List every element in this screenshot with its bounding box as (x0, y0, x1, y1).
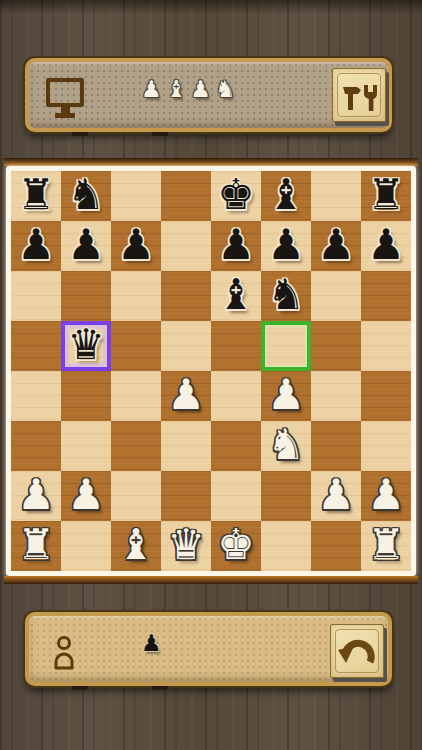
black-pawn-piece[interactable]: ♟ (317, 221, 355, 269)
captured-black-pawn: ♟ (141, 629, 162, 657)
square-c5[interactable] (111, 321, 161, 371)
square-b7[interactable]: ♟ (61, 221, 111, 271)
captured-pieces-bottom-tray: ♟ (141, 627, 162, 657)
square-g3[interactable] (311, 421, 361, 471)
square-f1[interactable] (261, 521, 311, 571)
square-d7[interactable] (161, 221, 211, 271)
square-h6[interactable] (361, 271, 411, 321)
black-knight-piece[interactable]: ♞ (267, 271, 305, 319)
black-king-piece[interactable]: ♚ (217, 171, 255, 219)
square-d5[interactable] (161, 321, 211, 371)
black-pawn-piece[interactable]: ♟ (267, 221, 305, 269)
black-queen-piece[interactable]: ♛ (67, 321, 105, 369)
square-h8[interactable]: ♜ (361, 171, 411, 221)
square-b6[interactable] (61, 271, 111, 321)
square-e3[interactable] (211, 421, 261, 471)
square-b5[interactable]: ♛ (61, 321, 111, 371)
white-pawn-piece[interactable]: ♟ (367, 471, 405, 519)
square-b1[interactable] (61, 521, 111, 571)
square-g6[interactable] (311, 271, 361, 321)
black-pawn-piece[interactable]: ♟ (117, 221, 155, 269)
white-king-piece[interactable]: ♚ (217, 521, 255, 569)
square-a3[interactable] (11, 421, 61, 471)
hammer-wrench-icon (339, 79, 379, 119)
square-c8[interactable] (111, 171, 161, 221)
panel-foot (152, 686, 168, 690)
square-d3[interactable] (161, 421, 211, 471)
square-b4[interactable] (61, 371, 111, 421)
square-h4[interactable] (361, 371, 411, 421)
square-f2[interactable] (261, 471, 311, 521)
square-d2[interactable] (161, 471, 211, 521)
square-g4[interactable] (311, 371, 361, 421)
square-a4[interactable] (11, 371, 61, 421)
chess-app-screen: ♟♝♟♞ ♜♞♚♝♜♟♟♟♟♟♟♟♝♞♛♟♟♞♟♟♟♟♜♝♛♚♜ ♟ (0, 0, 422, 750)
monitor-base (55, 113, 75, 118)
square-a6[interactable] (11, 271, 61, 321)
square-c4[interactable] (111, 371, 161, 421)
square-g1[interactable] (311, 521, 361, 571)
square-h7[interactable]: ♟ (361, 221, 411, 271)
square-a7[interactable]: ♟ (11, 221, 61, 271)
square-h5[interactable] (361, 321, 411, 371)
square-c2[interactable] (111, 471, 161, 521)
undo-arrow-icon (337, 635, 377, 675)
black-pawn-piece[interactable]: ♟ (217, 221, 255, 269)
captured-white-pawn: ♟ (190, 75, 211, 103)
board-top-edge (4, 158, 418, 166)
square-b3[interactable] (61, 421, 111, 471)
square-a5[interactable] (11, 321, 61, 371)
square-c3[interactable] (111, 421, 161, 471)
opponent-panel: ♟♝♟♞ (25, 58, 392, 132)
panel-foot (72, 686, 88, 690)
square-e4[interactable] (211, 371, 261, 421)
square-e7[interactable]: ♟ (211, 221, 261, 271)
square-g2[interactable]: ♟ (311, 471, 361, 521)
settings-button[interactable] (332, 68, 386, 122)
square-c7[interactable]: ♟ (111, 221, 161, 271)
square-e5[interactable] (211, 321, 261, 371)
board-grid: ♜♞♚♝♜♟♟♟♟♟♟♟♝♞♛♟♟♞♟♟♟♟♜♝♛♚♜ (11, 171, 411, 571)
square-h3[interactable] (361, 421, 411, 471)
white-rook-piece[interactable]: ♜ (17, 521, 55, 569)
chess-board: ♜♞♚♝♜♟♟♟♟♟♟♟♝♞♛♟♟♞♟♟♟♟♜♝♛♚♜ (6, 166, 416, 576)
square-f5[interactable] (261, 321, 311, 371)
player-panel: ♟ (25, 612, 392, 686)
square-b2[interactable]: ♟ (61, 471, 111, 521)
square-g7[interactable]: ♟ (311, 221, 361, 271)
square-a1[interactable]: ♜ (11, 521, 61, 571)
square-b8[interactable]: ♞ (61, 171, 111, 221)
square-f6[interactable]: ♞ (261, 271, 311, 321)
square-f4[interactable]: ♟ (261, 371, 311, 421)
square-g5[interactable] (311, 321, 361, 371)
monitor-icon (46, 78, 84, 122)
square-f7[interactable]: ♟ (261, 221, 311, 271)
black-rook-piece[interactable]: ♜ (367, 171, 405, 219)
square-g8[interactable] (311, 171, 361, 221)
square-d1[interactable]: ♛ (161, 521, 211, 571)
square-e6[interactable]: ♝ (211, 271, 261, 321)
white-pawn-piece[interactable]: ♟ (267, 371, 305, 419)
captured-pieces-top-tray: ♟♝♟♞ (141, 73, 236, 103)
black-knight-piece[interactable]: ♞ (67, 171, 105, 219)
white-pawn-piece[interactable]: ♟ (167, 371, 205, 419)
black-pawn-piece[interactable]: ♟ (17, 221, 55, 269)
square-a2[interactable]: ♟ (11, 471, 61, 521)
captured-white-bishop: ♝ (166, 75, 187, 103)
black-pawn-piece[interactable]: ♟ (67, 221, 105, 269)
white-pawn-piece[interactable]: ♟ (317, 471, 355, 519)
square-a8[interactable]: ♜ (11, 171, 61, 221)
square-f3[interactable]: ♞ (261, 421, 311, 471)
square-e2[interactable] (211, 471, 261, 521)
white-rook-piece[interactable]: ♜ (367, 521, 405, 569)
square-h2[interactable]: ♟ (361, 471, 411, 521)
square-d6[interactable] (161, 271, 211, 321)
person-icon (52, 635, 76, 675)
black-bishop-piece[interactable]: ♝ (217, 271, 255, 319)
black-bishop-piece[interactable]: ♝ (267, 171, 305, 219)
square-d8[interactable] (161, 171, 211, 221)
square-f8[interactable]: ♝ (261, 171, 311, 221)
captured-white-pawn: ♟ (141, 75, 162, 103)
black-rook-piece[interactable]: ♜ (17, 171, 55, 219)
captured-white-knight: ♞ (215, 75, 236, 103)
white-pawn-piece[interactable]: ♟ (17, 471, 55, 519)
square-e8[interactable]: ♚ (211, 171, 261, 221)
undo-button[interactable] (330, 624, 384, 678)
panel-foot (152, 132, 168, 136)
monitor-screen (46, 78, 84, 107)
black-pawn-piece[interactable]: ♟ (367, 221, 405, 269)
board-bottom-edge (4, 576, 418, 584)
white-pawn-piece[interactable]: ♟ (67, 471, 105, 519)
square-c1[interactable]: ♝ (111, 521, 161, 571)
square-c6[interactable] (111, 271, 161, 321)
white-bishop-piece[interactable]: ♝ (117, 521, 155, 569)
square-h1[interactable]: ♜ (361, 521, 411, 571)
square-e1[interactable]: ♚ (211, 521, 261, 571)
white-queen-piece[interactable]: ♛ (167, 521, 205, 569)
square-d4[interactable]: ♟ (161, 371, 211, 421)
panel-foot (72, 132, 88, 136)
white-knight-piece[interactable]: ♞ (267, 421, 305, 469)
